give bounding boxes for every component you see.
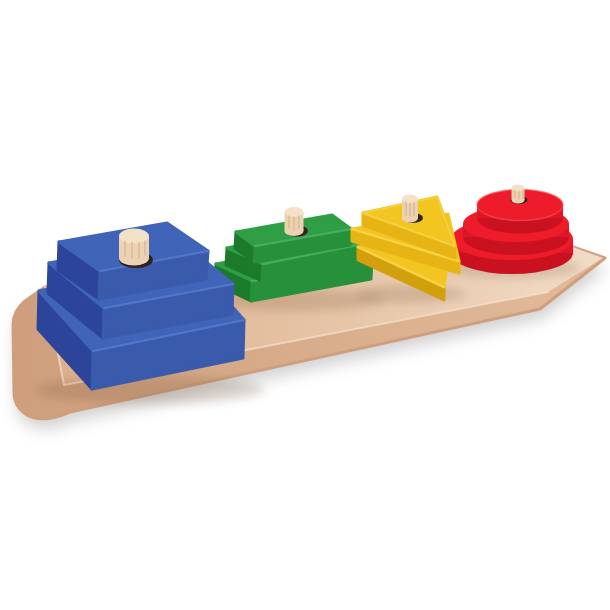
green-peg-top: [285, 207, 304, 217]
yellow-stack-shadow: [355, 285, 465, 303]
toy-photo-canvas: [0, 0, 610, 610]
blue-peg: [119, 229, 153, 269]
yellow-peg-top: [402, 195, 418, 204]
blue-stack-shadow: [35, 376, 265, 404]
product-photo: [0, 0, 610, 610]
red-circle-stack: [444, 185, 580, 279]
